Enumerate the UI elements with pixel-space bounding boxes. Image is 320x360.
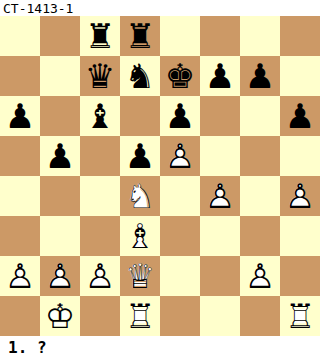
square-d3[interactable]: ♝♗ bbox=[120, 216, 160, 256]
square-e4[interactable] bbox=[160, 176, 200, 216]
square-f7[interactable]: ♟ bbox=[200, 56, 240, 96]
square-d6[interactable] bbox=[120, 96, 160, 136]
white-king-piece[interactable]: ♚♔ bbox=[40, 296, 80, 336]
square-h5[interactable] bbox=[280, 136, 320, 176]
square-h6[interactable]: ♟ bbox=[280, 96, 320, 136]
square-h4[interactable]: ♟♙ bbox=[280, 176, 320, 216]
square-c4[interactable] bbox=[80, 176, 120, 216]
white-knight-piece[interactable]: ♞♘ bbox=[120, 176, 160, 216]
square-c3[interactable] bbox=[80, 216, 120, 256]
white-pawn-piece[interactable]: ♟♙ bbox=[160, 136, 200, 176]
black-pawn-piece[interactable]: ♟ bbox=[200, 56, 240, 96]
square-e3[interactable] bbox=[160, 216, 200, 256]
black-king-piece[interactable]: ♚ bbox=[160, 56, 200, 96]
white-pawn-piece[interactable]: ♟♙ bbox=[40, 256, 80, 296]
square-b5[interactable]: ♟ bbox=[40, 136, 80, 176]
square-a2[interactable]: ♟♙ bbox=[0, 256, 40, 296]
square-f5[interactable] bbox=[200, 136, 240, 176]
square-a4[interactable] bbox=[0, 176, 40, 216]
square-a5[interactable] bbox=[0, 136, 40, 176]
square-g4[interactable] bbox=[240, 176, 280, 216]
white-pawn-piece[interactable]: ♟♙ bbox=[0, 256, 40, 296]
white-rook-piece[interactable]: ♜♖ bbox=[120, 296, 160, 336]
square-e7[interactable]: ♚ bbox=[160, 56, 200, 96]
black-bishop-piece[interactable]: ♝ bbox=[80, 96, 120, 136]
square-d5[interactable]: ♟ bbox=[120, 136, 160, 176]
square-b7[interactable] bbox=[40, 56, 80, 96]
square-d1[interactable]: ♜♖ bbox=[120, 296, 160, 336]
white-rook-piece[interactable]: ♜♖ bbox=[280, 296, 320, 336]
square-f4[interactable]: ♟♙ bbox=[200, 176, 240, 216]
black-queen-piece[interactable]: ♛ bbox=[80, 56, 120, 96]
square-d2[interactable]: ♛♕ bbox=[120, 256, 160, 296]
square-e5[interactable]: ♟♙ bbox=[160, 136, 200, 176]
square-a7[interactable] bbox=[0, 56, 40, 96]
square-f2[interactable] bbox=[200, 256, 240, 296]
white-pawn-piece[interactable]: ♟♙ bbox=[200, 176, 240, 216]
square-b3[interactable] bbox=[40, 216, 80, 256]
square-e2[interactable] bbox=[160, 256, 200, 296]
square-e1[interactable] bbox=[160, 296, 200, 336]
square-d7[interactable]: ♞ bbox=[120, 56, 160, 96]
black-pawn-piece[interactable]: ♟ bbox=[120, 136, 160, 176]
square-d4[interactable]: ♞♘ bbox=[120, 176, 160, 216]
square-b4[interactable] bbox=[40, 176, 80, 216]
square-c1[interactable] bbox=[80, 296, 120, 336]
black-knight-piece[interactable]: ♞ bbox=[120, 56, 160, 96]
square-b2[interactable]: ♟♙ bbox=[40, 256, 80, 296]
square-f1[interactable] bbox=[200, 296, 240, 336]
square-g3[interactable] bbox=[240, 216, 280, 256]
square-f6[interactable] bbox=[200, 96, 240, 136]
square-a1[interactable] bbox=[0, 296, 40, 336]
black-rook-piece[interactable]: ♜ bbox=[120, 16, 160, 56]
square-a8[interactable] bbox=[0, 16, 40, 56]
square-f3[interactable] bbox=[200, 216, 240, 256]
square-a3[interactable] bbox=[0, 216, 40, 256]
chess-board: ♜♜♛♞♚♟♟♟♝♟♟♟♟♟♙♞♘♟♙♟♙♝♗♟♙♟♙♟♙♛♕♟♙♚♔♜♖♜♖ bbox=[0, 16, 320, 336]
black-pawn-piece[interactable]: ♟ bbox=[160, 96, 200, 136]
white-pawn-piece[interactable]: ♟♙ bbox=[280, 176, 320, 216]
square-g8[interactable] bbox=[240, 16, 280, 56]
square-h1[interactable]: ♜♖ bbox=[280, 296, 320, 336]
square-f8[interactable] bbox=[200, 16, 240, 56]
black-pawn-piece[interactable]: ♟ bbox=[0, 96, 40, 136]
square-g7[interactable]: ♟ bbox=[240, 56, 280, 96]
square-c2[interactable]: ♟♙ bbox=[80, 256, 120, 296]
square-h3[interactable] bbox=[280, 216, 320, 256]
white-pawn-piece[interactable]: ♟♙ bbox=[240, 256, 280, 296]
white-pawn-piece[interactable]: ♟♙ bbox=[80, 256, 120, 296]
square-d8[interactable]: ♜ bbox=[120, 16, 160, 56]
square-c8[interactable]: ♜ bbox=[80, 16, 120, 56]
square-a6[interactable]: ♟ bbox=[0, 96, 40, 136]
square-c7[interactable]: ♛ bbox=[80, 56, 120, 96]
square-g6[interactable] bbox=[240, 96, 280, 136]
square-b1[interactable]: ♚♔ bbox=[40, 296, 80, 336]
white-queen-piece[interactable]: ♛♕ bbox=[120, 256, 160, 296]
square-c5[interactable] bbox=[80, 136, 120, 176]
chess-puzzle-app: CT-1413-1 ♜♜♛♞♚♟♟♟♝♟♟♟♟♟♙♞♘♟♙♟♙♝♗♟♙♟♙♟♙♛… bbox=[0, 0, 320, 360]
square-b6[interactable] bbox=[40, 96, 80, 136]
square-g2[interactable]: ♟♙ bbox=[240, 256, 280, 296]
square-c6[interactable]: ♝ bbox=[80, 96, 120, 136]
square-h7[interactable] bbox=[280, 56, 320, 96]
black-pawn-piece[interactable]: ♟ bbox=[280, 96, 320, 136]
black-rook-piece[interactable]: ♜ bbox=[80, 16, 120, 56]
white-bishop-piece[interactable]: ♝♗ bbox=[120, 216, 160, 256]
square-e8[interactable] bbox=[160, 16, 200, 56]
square-g5[interactable] bbox=[240, 136, 280, 176]
square-h2[interactable] bbox=[280, 256, 320, 296]
black-pawn-piece[interactable]: ♟ bbox=[240, 56, 280, 96]
square-g1[interactable] bbox=[240, 296, 280, 336]
square-h8[interactable] bbox=[280, 16, 320, 56]
square-e6[interactable]: ♟ bbox=[160, 96, 200, 136]
move-prompt: 1. ? bbox=[8, 338, 47, 358]
square-b8[interactable] bbox=[40, 16, 80, 56]
black-pawn-piece[interactable]: ♟ bbox=[40, 136, 80, 176]
puzzle-title: CT-1413-1 bbox=[3, 1, 73, 16]
